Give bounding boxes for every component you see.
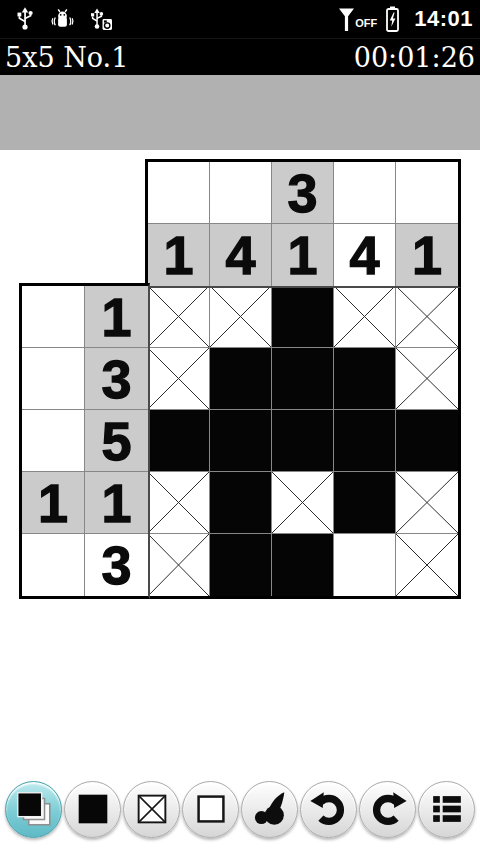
row-clue-cell xyxy=(22,348,85,410)
row-clues: 135113 xyxy=(19,283,150,599)
clue-number: 4 xyxy=(349,228,379,282)
grid-cell[interactable] xyxy=(334,286,396,348)
redo-button[interactable] xyxy=(359,781,416,838)
clue-number: 1 xyxy=(101,290,131,344)
row-clue-cell: 3 xyxy=(85,348,148,410)
toolbar xyxy=(0,779,480,839)
pen-icon xyxy=(249,788,291,830)
grid-cell[interactable] xyxy=(148,348,210,410)
redo-icon xyxy=(367,788,409,830)
grid-cell[interactable] xyxy=(148,472,210,534)
column-clues: 314141 xyxy=(145,159,461,288)
grid-cell[interactable] xyxy=(148,534,210,596)
status-bar: OFF 14:01 xyxy=(0,0,480,38)
x-square-icon xyxy=(131,788,173,830)
grid-cell[interactable] xyxy=(210,534,272,596)
grid-cell[interactable] xyxy=(334,348,396,410)
mark-x-button[interactable] xyxy=(123,781,180,838)
x-mark-icon xyxy=(396,286,458,347)
top-band xyxy=(0,75,480,150)
x-mark-icon xyxy=(148,286,209,347)
column-clue-cell xyxy=(210,162,272,224)
status-clock: 14:01 xyxy=(414,6,473,32)
x-mark-icon xyxy=(148,348,209,409)
clue-number: 4 xyxy=(225,228,255,282)
status-icons-left xyxy=(0,6,114,32)
clear-button[interactable] xyxy=(182,781,239,838)
status-icons-right: OFF 14:01 xyxy=(338,5,480,33)
signal-off-label: OFF xyxy=(355,18,377,32)
x-mark-icon xyxy=(210,286,271,347)
row-clue-cell xyxy=(22,534,85,596)
x-mark-icon xyxy=(148,534,209,596)
pen-button[interactable] xyxy=(241,781,298,838)
row-clue-cell: 3 xyxy=(85,534,148,596)
column-clue-cell xyxy=(396,162,458,224)
clue-number: 5 xyxy=(101,414,131,468)
grid-cell[interactable] xyxy=(210,410,272,472)
undo-icon xyxy=(308,788,350,830)
white-square-icon xyxy=(190,788,232,830)
grid-cell[interactable] xyxy=(334,534,396,596)
grid-cell[interactable] xyxy=(210,286,272,348)
usb-icon xyxy=(12,6,38,32)
clue-number: 1 xyxy=(287,228,317,282)
android-debug-icon xyxy=(49,6,76,32)
clue-number: 1 xyxy=(163,228,193,282)
x-mark-icon xyxy=(396,348,458,409)
row-clue-cell: 5 xyxy=(85,410,148,472)
column-clue-cell: 4 xyxy=(334,224,396,286)
title-bar: 5x5 No.1 00:01:26 xyxy=(0,38,480,75)
x-mark-icon xyxy=(272,472,333,533)
usb-storage-icon xyxy=(87,6,114,32)
x-mark-icon xyxy=(148,472,209,533)
column-clue-cell xyxy=(148,162,210,224)
battery-charging-icon xyxy=(384,5,401,33)
grid-cell[interactable] xyxy=(396,348,458,410)
row-clue-cell: 1 xyxy=(85,286,148,348)
grid-cell[interactable] xyxy=(334,410,396,472)
x-mark-icon xyxy=(396,534,458,596)
column-clue-cell: 3 xyxy=(272,162,334,224)
fill-black-button[interactable] xyxy=(64,781,121,838)
grid-cell[interactable] xyxy=(334,472,396,534)
column-clue-cell xyxy=(334,162,396,224)
grid-cell[interactable] xyxy=(272,286,334,348)
row-clue-cell: 1 xyxy=(85,472,148,534)
grid-cell[interactable] xyxy=(396,410,458,472)
app-screen: OFF 14:01 5x5 No.1 00:01:26 314141 13511… xyxy=(0,0,480,854)
grid-cell[interactable] xyxy=(272,534,334,596)
puzzle-grid xyxy=(148,286,461,599)
multi-mode-button[interactable] xyxy=(5,781,62,838)
clue-number: 3 xyxy=(287,166,317,220)
row-clue-cell: 1 xyxy=(22,472,85,534)
puzzle-title: 5x5 No.1 xyxy=(5,42,128,73)
grid-cell[interactable] xyxy=(396,286,458,348)
signal-off-icon: OFF xyxy=(338,7,377,32)
grid-cell[interactable] xyxy=(396,472,458,534)
grid-cell[interactable] xyxy=(396,534,458,596)
clue-number: 3 xyxy=(101,538,131,592)
undo-button[interactable] xyxy=(300,781,357,838)
column-clue-cell: 1 xyxy=(272,224,334,286)
menu-button[interactable] xyxy=(418,781,475,838)
grid-cell[interactable] xyxy=(148,410,210,472)
x-mark-icon xyxy=(396,472,458,533)
clue-number: 1 xyxy=(38,476,68,530)
row-clue-cell xyxy=(22,286,85,348)
timer: 00:01:26 xyxy=(354,42,475,73)
grid-cell[interactable] xyxy=(210,348,272,410)
clue-number: 1 xyxy=(101,476,131,530)
grid-cell[interactable] xyxy=(210,472,272,534)
clue-number: 1 xyxy=(412,228,442,282)
grid-cell[interactable] xyxy=(148,286,210,348)
column-clue-cell: 1 xyxy=(148,224,210,286)
list-icon xyxy=(426,788,468,830)
row-clue-cell xyxy=(22,410,85,472)
black-square-icon xyxy=(72,788,114,830)
column-clue-cell: 4 xyxy=(210,224,272,286)
column-clue-cell: 1 xyxy=(396,224,458,286)
clue-number: 3 xyxy=(101,352,131,406)
layers-icon xyxy=(13,788,55,830)
grid-cell[interactable] xyxy=(272,348,334,410)
grid-cell[interactable] xyxy=(272,410,334,472)
x-mark-icon xyxy=(334,286,395,347)
grid-cell[interactable] xyxy=(272,472,334,534)
